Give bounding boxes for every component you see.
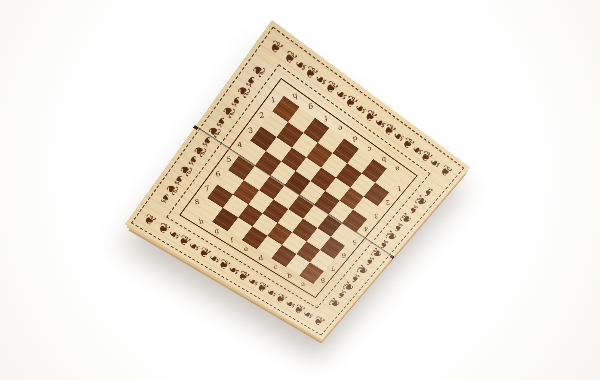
chess-board: ❦❧❦❧❦❧❦❧❦❧❦❧❦❧❦❧ ❦❧❦❧❦❧❦❧❦❧❦❧❦❧❦❧ ❦❧❦❧❦❧… xyxy=(125,20,470,340)
product-photo-background: ❦❧❦❧❦❧❦❧❦❧❦❧❦❧❦❧ ❦❧❦❧❦❧❦❧❦❧❦❧❦❧❦❧ ❦❧❦❧❦❧… xyxy=(0,0,600,380)
hinge-gap-icon xyxy=(390,255,395,259)
